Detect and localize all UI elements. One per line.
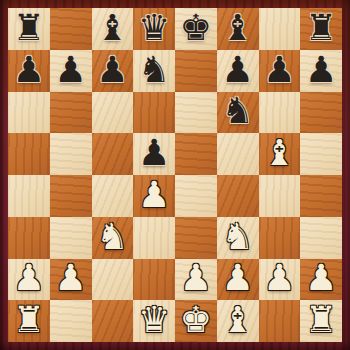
square-g7[interactable]: ♟: [259, 50, 301, 92]
piece-black-rook[interactable]: ♜: [13, 10, 45, 46]
square-g4[interactable]: [259, 175, 301, 217]
square-f6[interactable]: ♞: [217, 92, 259, 134]
square-c2[interactable]: [92, 259, 134, 301]
square-e8[interactable]: ♚: [175, 8, 217, 50]
square-h3[interactable]: [300, 217, 342, 259]
square-a3[interactable]: [8, 217, 50, 259]
square-c4[interactable]: [92, 175, 134, 217]
square-f8[interactable]: ♝: [217, 8, 259, 50]
piece-white-pawn[interactable]: ♟: [221, 260, 253, 296]
square-e6[interactable]: [175, 92, 217, 134]
piece-white-pawn[interactable]: ♟: [13, 260, 45, 296]
square-a4[interactable]: [8, 175, 50, 217]
square-f4[interactable]: [217, 175, 259, 217]
square-e2[interactable]: ♟: [175, 259, 217, 301]
square-b5[interactable]: [50, 133, 92, 175]
piece-black-rook[interactable]: ♜: [305, 10, 337, 46]
square-d4[interactable]: ♟: [133, 175, 175, 217]
piece-black-pawn[interactable]: ♟: [138, 135, 170, 171]
square-c7[interactable]: ♟: [92, 50, 134, 92]
square-g8[interactable]: [259, 8, 301, 50]
piece-black-knight[interactable]: ♞: [221, 93, 253, 129]
piece-black-bishop[interactable]: ♝: [96, 10, 128, 46]
piece-black-pawn[interactable]: ♟: [221, 52, 253, 88]
square-h4[interactable]: [300, 175, 342, 217]
piece-black-bishop[interactable]: ♝: [221, 10, 253, 46]
square-d2[interactable]: [133, 259, 175, 301]
square-c5[interactable]: [92, 133, 134, 175]
square-h7[interactable]: ♟: [300, 50, 342, 92]
piece-white-pawn[interactable]: ♟: [305, 260, 337, 296]
square-a8[interactable]: ♜: [8, 8, 50, 50]
piece-white-rook[interactable]: ♜: [13, 302, 45, 338]
square-b6[interactable]: [50, 92, 92, 134]
square-h5[interactable]: [300, 133, 342, 175]
square-b8[interactable]: [50, 8, 92, 50]
square-d1[interactable]: ♛: [133, 300, 175, 342]
square-h8[interactable]: ♜: [300, 8, 342, 50]
square-a7[interactable]: ♟: [8, 50, 50, 92]
square-e1[interactable]: ♚: [175, 300, 217, 342]
piece-white-knight[interactable]: ♞: [221, 219, 253, 255]
square-g2[interactable]: ♟: [259, 259, 301, 301]
square-d7[interactable]: ♞: [133, 50, 175, 92]
square-b4[interactable]: [50, 175, 92, 217]
piece-black-pawn[interactable]: ♟: [54, 52, 86, 88]
piece-black-pawn[interactable]: ♟: [263, 52, 295, 88]
piece-black-king[interactable]: ♚: [180, 10, 212, 46]
square-b2[interactable]: ♟: [50, 259, 92, 301]
square-g5[interactable]: ♝: [259, 133, 301, 175]
piece-black-pawn[interactable]: ♟: [305, 52, 337, 88]
square-b7[interactable]: ♟: [50, 50, 92, 92]
square-a6[interactable]: [8, 92, 50, 134]
square-d3[interactable]: [133, 217, 175, 259]
square-g1[interactable]: [259, 300, 301, 342]
piece-black-knight[interactable]: ♞: [138, 52, 170, 88]
piece-white-bishop[interactable]: ♝: [221, 302, 253, 338]
piece-white-rook[interactable]: ♜: [305, 302, 337, 338]
square-h6[interactable]: [300, 92, 342, 134]
chess-board: ♜♝♛♚♝♜♟♟♟♞♟♟♟♞♟♝♟♞♞♟♟♟♟♟♟♜♛♚♝♜: [8, 8, 342, 342]
square-f3[interactable]: ♞: [217, 217, 259, 259]
square-b3[interactable]: [50, 217, 92, 259]
square-c6[interactable]: [92, 92, 134, 134]
square-d8[interactable]: ♛: [133, 8, 175, 50]
square-a1[interactable]: ♜: [8, 300, 50, 342]
square-f1[interactable]: ♝: [217, 300, 259, 342]
square-e5[interactable]: [175, 133, 217, 175]
square-c8[interactable]: ♝: [92, 8, 134, 50]
square-e4[interactable]: [175, 175, 217, 217]
piece-black-queen[interactable]: ♛: [138, 10, 170, 46]
square-g3[interactable]: [259, 217, 301, 259]
piece-white-pawn[interactable]: ♟: [138, 177, 170, 213]
square-b1[interactable]: [50, 300, 92, 342]
square-e7[interactable]: [175, 50, 217, 92]
square-d6[interactable]: [133, 92, 175, 134]
piece-white-bishop[interactable]: ♝: [263, 135, 295, 171]
square-c1[interactable]: [92, 300, 134, 342]
piece-white-king[interactable]: ♚: [180, 302, 212, 338]
square-a5[interactable]: [8, 133, 50, 175]
square-d5[interactable]: ♟: [133, 133, 175, 175]
square-c3[interactable]: ♞: [92, 217, 134, 259]
piece-white-pawn[interactable]: ♟: [263, 260, 295, 296]
piece-black-pawn[interactable]: ♟: [96, 52, 128, 88]
square-f2[interactable]: ♟: [217, 259, 259, 301]
square-e3[interactable]: [175, 217, 217, 259]
piece-white-queen[interactable]: ♛: [138, 302, 170, 338]
square-g6[interactable]: [259, 92, 301, 134]
square-h2[interactable]: ♟: [300, 259, 342, 301]
square-f7[interactable]: ♟: [217, 50, 259, 92]
square-h1[interactable]: ♜: [300, 300, 342, 342]
square-f5[interactable]: [217, 133, 259, 175]
chess-board-frame: ♜♝♛♚♝♜♟♟♟♞♟♟♟♞♟♝♟♞♞♟♟♟♟♟♟♜♛♚♝♜: [0, 0, 350, 350]
piece-black-pawn[interactable]: ♟: [13, 52, 45, 88]
piece-white-knight[interactable]: ♞: [96, 219, 128, 255]
piece-white-pawn[interactable]: ♟: [54, 260, 86, 296]
piece-white-pawn[interactable]: ♟: [180, 260, 212, 296]
square-a2[interactable]: ♟: [8, 259, 50, 301]
